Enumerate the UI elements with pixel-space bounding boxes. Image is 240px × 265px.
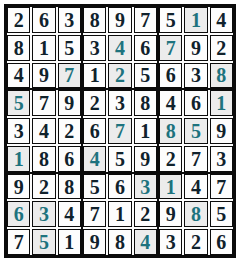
- cell-r9c2[interactable]: 5: [32, 229, 55, 255]
- cell-r6c8[interactable]: 7: [184, 146, 207, 172]
- cell-r8c1[interactable]: 6: [7, 201, 30, 227]
- cell-r8c7[interactable]: 9: [159, 201, 182, 227]
- cell-r3c8[interactable]: 3: [184, 63, 207, 89]
- sudoku-box-6: 461859273: [159, 90, 233, 171]
- cell-r6c2[interactable]: 8: [32, 146, 55, 172]
- cell-r1c4[interactable]: 8: [83, 7, 106, 33]
- cell-r9c1[interactable]: 7: [7, 229, 30, 255]
- cell-r4c4[interactable]: 2: [83, 90, 106, 116]
- sudoku-box-3: 514792638: [159, 7, 233, 88]
- cell-r7c6[interactable]: 3: [134, 174, 157, 200]
- cell-r7c1[interactable]: 9: [7, 174, 30, 200]
- cell-r2c4[interactable]: 3: [83, 35, 106, 61]
- cell-r3c2[interactable]: 9: [32, 63, 55, 89]
- cell-r6c9[interactable]: 3: [210, 146, 233, 172]
- cell-r4c5[interactable]: 3: [108, 90, 131, 116]
- cell-r1c1[interactable]: 2: [7, 7, 30, 33]
- cell-r5c9[interactable]: 9: [210, 118, 233, 144]
- cell-r8c5[interactable]: 1: [108, 201, 131, 227]
- cell-r7c9[interactable]: 7: [210, 174, 233, 200]
- cell-r6c7[interactable]: 2: [159, 146, 182, 172]
- cell-r3c9[interactable]: 8: [210, 63, 233, 89]
- cell-r2c7[interactable]: 7: [159, 35, 182, 61]
- cell-r2c3[interactable]: 5: [58, 35, 81, 61]
- cell-r7c3[interactable]: 8: [58, 174, 81, 200]
- cell-r5c7[interactable]: 8: [159, 118, 182, 144]
- cell-r5c6[interactable]: 1: [134, 118, 157, 144]
- cell-r4c2[interactable]: 7: [32, 90, 55, 116]
- cell-r7c4[interactable]: 5: [83, 174, 106, 200]
- cell-r8c3[interactable]: 4: [58, 201, 81, 227]
- cell-r3c7[interactable]: 6: [159, 63, 182, 89]
- cell-r1c9[interactable]: 4: [210, 7, 233, 33]
- cell-r7c7[interactable]: 1: [159, 174, 182, 200]
- cell-r6c6[interactable]: 9: [134, 146, 157, 172]
- cell-r2c8[interactable]: 9: [184, 35, 207, 61]
- cell-r2c5[interactable]: 4: [108, 35, 131, 61]
- cell-r3c5[interactable]: 2: [108, 63, 131, 89]
- cell-r1c7[interactable]: 5: [159, 7, 182, 33]
- cell-r4c7[interactable]: 4: [159, 90, 182, 116]
- cell-r1c8[interactable]: 1: [184, 7, 207, 33]
- cell-r9c9[interactable]: 6: [210, 229, 233, 255]
- cell-r1c2[interactable]: 6: [32, 7, 55, 33]
- cell-r1c3[interactable]: 3: [58, 7, 81, 33]
- cell-r8c6[interactable]: 2: [134, 201, 157, 227]
- cell-r5c4[interactable]: 6: [83, 118, 106, 144]
- sudoku-box-9: 147985326: [159, 174, 233, 255]
- sudoku-board: 2638154978973461255147926385793421862386…: [4, 4, 236, 258]
- cell-r9c5[interactable]: 8: [108, 229, 131, 255]
- cell-r7c2[interactable]: 2: [32, 174, 55, 200]
- cell-r9c3[interactable]: 1: [58, 229, 81, 255]
- sudoku-box-4: 579342186: [7, 90, 81, 171]
- cell-r8c8[interactable]: 8: [184, 201, 207, 227]
- cell-r5c3[interactable]: 2: [58, 118, 81, 144]
- cell-r3c3[interactable]: 7: [58, 63, 81, 89]
- cell-r9c6[interactable]: 4: [134, 229, 157, 255]
- cell-r6c5[interactable]: 5: [108, 146, 131, 172]
- cell-r1c6[interactable]: 7: [134, 7, 157, 33]
- cell-r3c4[interactable]: 1: [83, 63, 106, 89]
- cell-r2c2[interactable]: 1: [32, 35, 55, 61]
- cell-r8c9[interactable]: 5: [210, 201, 233, 227]
- cell-r1c5[interactable]: 9: [108, 7, 131, 33]
- sudoku-box-8: 563712984: [83, 174, 157, 255]
- cell-r5c2[interactable]: 4: [32, 118, 55, 144]
- sudoku-box-1: 263815497: [7, 7, 81, 88]
- cell-r8c4[interactable]: 7: [83, 201, 106, 227]
- cell-r9c7[interactable]: 3: [159, 229, 182, 255]
- cell-r5c5[interactable]: 7: [108, 118, 131, 144]
- sudoku-box-7: 928634751: [7, 174, 81, 255]
- sudoku-box-5: 238671459: [83, 90, 157, 171]
- cell-r9c4[interactable]: 9: [83, 229, 106, 255]
- cell-r8c2[interactable]: 3: [32, 201, 55, 227]
- cell-r3c1[interactable]: 4: [7, 63, 30, 89]
- cell-r2c9[interactable]: 2: [210, 35, 233, 61]
- cell-r4c8[interactable]: 6: [184, 90, 207, 116]
- cell-r4c6[interactable]: 8: [134, 90, 157, 116]
- sudoku-box-2: 897346125: [83, 7, 157, 88]
- cell-r6c1[interactable]: 1: [7, 146, 30, 172]
- cell-r7c8[interactable]: 4: [184, 174, 207, 200]
- cell-r9c8[interactable]: 2: [184, 229, 207, 255]
- cell-r5c8[interactable]: 5: [184, 118, 207, 144]
- cell-r6c3[interactable]: 6: [58, 146, 81, 172]
- cell-r2c1[interactable]: 8: [7, 35, 30, 61]
- cell-r5c1[interactable]: 3: [7, 118, 30, 144]
- cell-r2c6[interactable]: 6: [134, 35, 157, 61]
- cell-r4c9[interactable]: 1: [210, 90, 233, 116]
- cell-r4c1[interactable]: 5: [7, 90, 30, 116]
- cell-r7c5[interactable]: 6: [108, 174, 131, 200]
- cell-r6c4[interactable]: 4: [83, 146, 106, 172]
- cell-r4c3[interactable]: 9: [58, 90, 81, 116]
- cell-r3c6[interactable]: 5: [134, 63, 157, 89]
